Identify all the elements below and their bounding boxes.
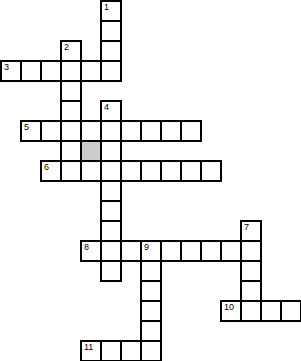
grid-cell[interactable]: 5 — [20, 120, 42, 142]
cell-number: 2 — [64, 42, 69, 52]
grid-cell[interactable] — [200, 160, 222, 182]
grid-cell[interactable]: 1 — [100, 0, 122, 22]
grid-cell[interactable] — [100, 140, 122, 162]
grid-cell[interactable] — [100, 260, 122, 282]
grid-cell[interactable] — [100, 40, 122, 62]
grid-cell[interactable] — [100, 120, 122, 142]
grid-cell[interactable]: 8 — [80, 240, 102, 262]
grid-cell[interactable]: 6 — [40, 160, 62, 182]
grid-cell[interactable] — [140, 160, 162, 182]
grid-cell[interactable] — [60, 60, 82, 82]
grid-cell[interactable] — [120, 160, 142, 182]
grid-cell[interactable] — [160, 240, 182, 262]
grid-cell[interactable] — [20, 60, 42, 82]
grid-cell[interactable] — [240, 260, 262, 282]
cell-number: 8 — [84, 242, 89, 252]
grid-cell[interactable] — [140, 120, 162, 142]
grid-cell[interactable] — [80, 160, 102, 182]
grid-cell[interactable] — [140, 300, 162, 322]
cell-number: 4 — [104, 102, 109, 112]
cell-number: 9 — [144, 242, 149, 252]
grid-cell[interactable]: 4 — [100, 100, 122, 122]
grid-cell[interactable] — [200, 240, 222, 262]
grid-cell[interactable] — [120, 240, 142, 262]
grid-cell[interactable] — [40, 60, 62, 82]
grid-cell[interactable] — [180, 160, 202, 182]
cell-number: 7 — [244, 222, 249, 232]
grid-cell[interactable] — [100, 240, 122, 262]
grid-cell[interactable] — [180, 240, 202, 262]
grid-cell[interactable] — [60, 100, 82, 122]
grid-cell[interactable] — [140, 340, 162, 361]
grid-cell[interactable] — [100, 200, 122, 222]
cell-number: 6 — [44, 162, 49, 172]
grid-cell[interactable] — [240, 240, 262, 262]
grid-cell[interactable] — [60, 160, 82, 182]
grid-cell[interactable]: 3 — [0, 60, 22, 82]
grid-cell[interactable] — [260, 300, 282, 322]
grid-cell[interactable]: 2 — [60, 40, 82, 62]
grid-cell[interactable]: 10 — [220, 300, 242, 322]
grid-cell[interactable] — [100, 220, 122, 242]
grid-cell[interactable] — [220, 240, 242, 262]
cell-number: 5 — [24, 122, 29, 132]
grid-cell[interactable] — [140, 260, 162, 282]
cell-number: 1 — [104, 2, 109, 12]
grid-cell[interactable] — [80, 120, 102, 142]
cell-number: 10 — [224, 302, 234, 312]
grid-cell[interactable] — [80, 60, 102, 82]
grid-cell[interactable] — [280, 300, 301, 322]
grid-cell[interactable] — [120, 340, 142, 361]
grid-cell[interactable] — [60, 120, 82, 142]
grid-cell[interactable] — [120, 120, 142, 142]
grid-cell[interactable] — [140, 280, 162, 302]
grid-cell[interactable] — [100, 340, 122, 361]
grid-cell[interactable] — [100, 180, 122, 202]
grid-cell[interactable] — [160, 160, 182, 182]
grid-cell[interactable] — [160, 120, 182, 142]
shaded-cell — [80, 140, 102, 162]
grid-cell[interactable] — [100, 60, 122, 82]
grid-cell[interactable]: 11 — [80, 340, 102, 361]
grid-cell[interactable]: 7 — [240, 220, 262, 242]
grid-cell[interactable] — [40, 120, 62, 142]
grid-cell[interactable] — [140, 320, 162, 342]
grid-cell[interactable] — [60, 80, 82, 102]
cell-number: 3 — [4, 62, 9, 72]
cell-number: 11 — [84, 342, 93, 352]
grid-cell[interactable]: 9 — [140, 240, 162, 262]
grid-cell[interactable] — [240, 280, 262, 302]
grid-cell[interactable] — [60, 140, 82, 162]
grid-cell[interactable] — [100, 20, 122, 42]
grid-cell[interactable] — [180, 120, 202, 142]
grid-cell[interactable] — [100, 160, 122, 182]
grid-cell[interactable] — [240, 300, 262, 322]
crossword-board: 1234567891011 — [0, 0, 301, 361]
